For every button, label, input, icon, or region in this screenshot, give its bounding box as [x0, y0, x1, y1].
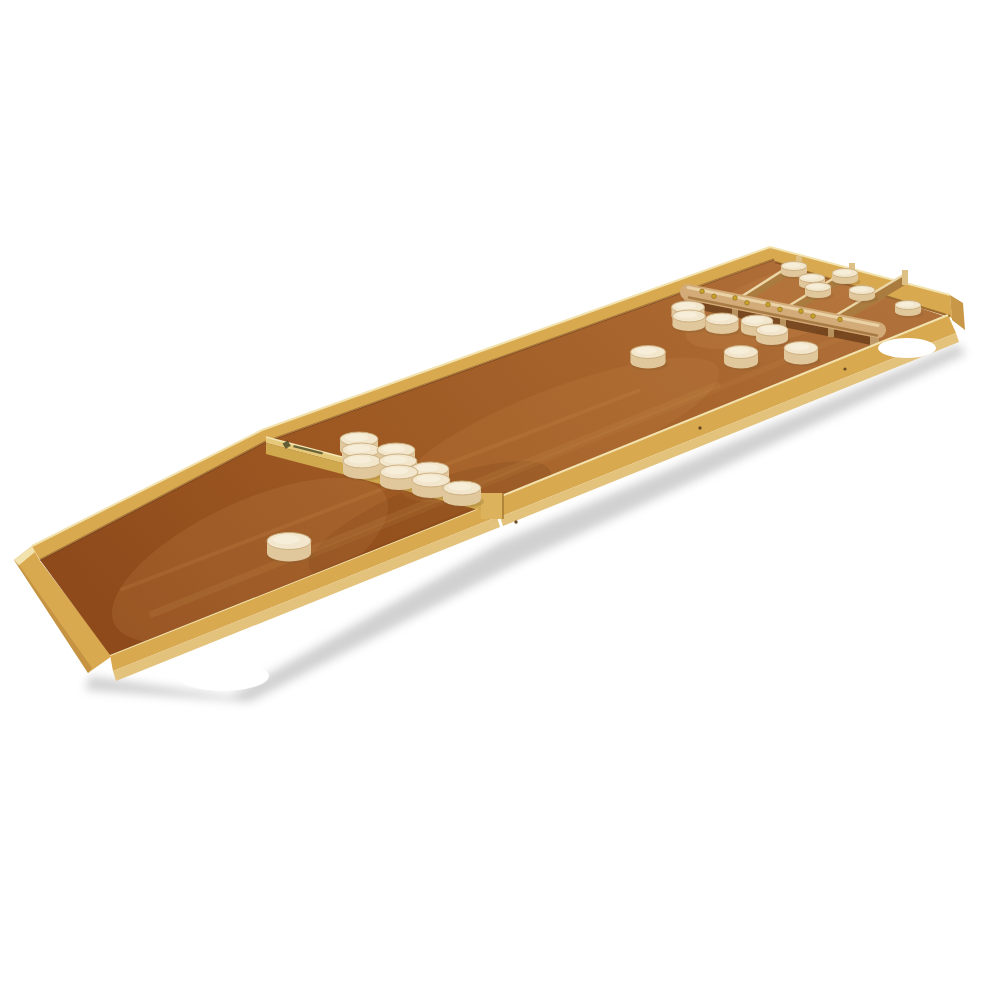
product-photo-canvas: Wooden sjoelbak shuffleboard product pho…: [0, 0, 1000, 1000]
puck[interactable]: [849, 286, 878, 304]
start-bar-post: [481, 493, 503, 519]
carry-notch-right: [878, 338, 936, 358]
sjoelbak-photo: Wooden sjoelbak shuffleboard product pho…: [0, 0, 1000, 1000]
brass-pin: [745, 301, 750, 306]
puck[interactable]: [443, 481, 484, 508]
screw-dot: [698, 426, 701, 429]
screw-dot: [843, 367, 846, 370]
puck[interactable]: [832, 269, 861, 287]
puck[interactable]: [805, 283, 834, 301]
puck[interactable]: [343, 454, 384, 481]
brass-pin: [766, 302, 771, 307]
puck[interactable]: [631, 346, 669, 371]
puck[interactable]: [756, 324, 791, 347]
brass-pin: [733, 296, 738, 301]
puck[interactable]: [784, 342, 821, 367]
brass-pin: [799, 309, 804, 314]
puck[interactable]: [895, 301, 924, 319]
divider-end-cap: [902, 270, 908, 285]
screw-dot: [514, 520, 517, 523]
carry-notch-left: [177, 661, 269, 691]
puck[interactable]: [267, 533, 315, 564]
brass-pin: [838, 317, 843, 322]
brass-pin: [700, 289, 705, 294]
sjoelbak-board: Sjoelen (Dutch shuffleboard / sjoelbak): [0, 0, 1000, 1000]
brass-pin: [778, 307, 783, 312]
puck[interactable]: [724, 346, 761, 371]
puck[interactable]: [673, 310, 709, 333]
brass-pin: [811, 314, 816, 319]
puck[interactable]: [706, 313, 742, 336]
brass-pin: [712, 294, 717, 299]
